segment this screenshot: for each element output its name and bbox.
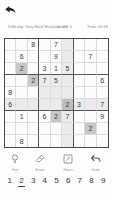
cell-r3c5[interactable]: 1 (51, 63, 62, 75)
cell-r5c7[interactable] (74, 87, 85, 99)
cell-r4c8[interactable] (85, 75, 96, 87)
cell-r4c4[interactable]: 7 (39, 75, 50, 87)
cell-r3c6[interactable]: 5 (62, 63, 73, 75)
cell-r9c4[interactable] (39, 135, 50, 147)
score-label: Score: 0 (57, 24, 72, 29)
cell-r9c5[interactable] (51, 135, 62, 147)
numpad-digit-label: 6 (65, 176, 71, 186)
pencil-square-icon (62, 151, 74, 169)
cell-r9c1[interactable] (5, 135, 16, 147)
cell-r3c1[interactable] (5, 63, 16, 75)
cell-r1c5[interactable]: 7 (51, 39, 62, 51)
cell-r5c5[interactable] (51, 87, 62, 99)
cell-r4c9[interactable]: 6 (97, 75, 108, 87)
cell-r7c4[interactable]: 6 (39, 111, 50, 123)
cell-r6c2[interactable] (16, 99, 27, 111)
cell-r4c1[interactable] (5, 75, 16, 87)
cell-r2c1[interactable] (5, 51, 16, 63)
cell-r6c1[interactable]: 6 (5, 99, 16, 111)
cell-r1c3[interactable]: 8 (28, 39, 39, 51)
cell-r6c5[interactable] (51, 99, 62, 111)
numpad-digit-1[interactable]: 1 (4, 174, 16, 188)
cell-r9c8[interactable] (85, 135, 96, 147)
cell-r7c7[interactable] (74, 111, 85, 123)
cell-r4c5[interactable]: 5 (51, 75, 62, 87)
cell-r9c3[interactable] (28, 135, 39, 147)
cell-r6c9[interactable]: 7 (97, 99, 108, 111)
cell-r3c8[interactable] (85, 63, 96, 75)
cell-r3c9[interactable] (97, 63, 108, 75)
cell-r8c8[interactable]: 2 (85, 123, 96, 135)
cell-r9c9[interactable] (97, 135, 108, 147)
cell-r6c4[interactable] (39, 99, 50, 111)
toolbar: HintEraseNotesUndo (4, 151, 109, 171)
cell-r1c7[interactable] (74, 39, 85, 51)
numpad-digit-label: 1 (7, 176, 13, 186)
time-label: Time: 00:16 (87, 24, 108, 29)
numpad-digit-3[interactable]: 3 (27, 174, 39, 188)
cell-r2c8[interactable]: 7 (85, 51, 96, 63)
cell-r5c1[interactable]: 8 (5, 87, 16, 99)
cell-r2c7[interactable] (74, 51, 85, 63)
cell-r1c9[interactable] (97, 39, 108, 51)
undo-button[interactable]: Undo (87, 151, 104, 175)
cell-r1c1[interactable] (5, 39, 16, 51)
number-pad: 123456789 (4, 174, 109, 188)
back-arrow-icon (4, 2, 17, 19)
back-button[interactable] (4, 2, 17, 14)
cell-r9c6[interactable] (62, 135, 73, 147)
numpad-digit-8[interactable]: 8 (86, 174, 98, 188)
numpad-digit-4[interactable]: 4 (39, 174, 51, 188)
cell-r8c3[interactable] (28, 123, 39, 135)
cell-r2c2[interactable]: 6 (16, 51, 27, 63)
cell-r8c2[interactable] (16, 123, 27, 135)
cell-r7c8[interactable] (85, 111, 96, 123)
cell-r4c2[interactable] (16, 75, 27, 87)
undo-arrow-icon (90, 151, 102, 169)
cell-r7c3[interactable] (28, 111, 39, 123)
cell-r7c5[interactable]: 2 (51, 111, 62, 123)
numpad-digit-label: 8 (88, 176, 94, 186)
cell-r1c2[interactable] (16, 39, 27, 51)
toolbar-button-label: Hint (12, 168, 18, 172)
cell-r5c8[interactable] (85, 87, 96, 99)
sudoku-grid: 8769723152756862371627928 (4, 38, 109, 148)
cell-r3c2[interactable]: 2 (16, 63, 27, 75)
cell-r8c6[interactable] (62, 123, 73, 135)
cell-r7c2[interactable]: 1 (16, 111, 27, 123)
erase-button[interactable]: Erase (31, 151, 49, 175)
hint-button[interactable]: Hint (9, 151, 21, 175)
cell-r3c7[interactable] (74, 63, 85, 75)
cell-r1c8[interactable] (85, 39, 96, 51)
cell-r3c3[interactable] (28, 63, 39, 75)
stats-bar: Difficulty: Very Hard Mistakes: 0/3 Scor… (0, 24, 113, 32)
cell-r5c2[interactable] (16, 87, 27, 99)
cell-r3c4[interactable]: 3 (39, 63, 50, 75)
numpad-digit-label: 2 (18, 176, 24, 187)
numpad-digit-label: 3 (30, 176, 36, 186)
cell-r9c7[interactable] (74, 135, 85, 147)
cell-r8c1[interactable] (5, 123, 16, 135)
numpad-digit-7[interactable]: 7 (74, 174, 86, 188)
cell-r4c6[interactable] (62, 75, 73, 87)
cell-r2c9[interactable] (97, 51, 108, 63)
numpad-digit-label: 9 (100, 176, 106, 186)
cell-r2c3[interactable] (28, 51, 39, 63)
numpad-digit-2[interactable]: 2 (16, 174, 28, 188)
cell-r8c5[interactable] (51, 123, 62, 135)
numpad-digit-6[interactable]: 6 (62, 174, 74, 188)
toolbar-button-label: Undo (92, 168, 100, 172)
toolbar-button-label: Notes (64, 168, 73, 172)
numpad-digit-label: 7 (77, 176, 83, 186)
cell-r9c2[interactable]: 8 (16, 135, 27, 147)
notes-button[interactable]: Notes (59, 151, 77, 175)
cell-r4c3[interactable]: 2 (28, 75, 39, 87)
cell-r1c6[interactable] (62, 39, 73, 51)
numpad-digit-9[interactable]: 9 (97, 174, 109, 188)
cell-r5c3[interactable] (28, 87, 39, 99)
cell-r6c8[interactable] (85, 99, 96, 111)
cell-r7c6[interactable]: 7 (62, 111, 73, 123)
cell-r5c9[interactable] (97, 87, 108, 99)
cell-r6c3[interactable] (28, 99, 39, 111)
lightbulb-icon (9, 151, 21, 169)
cell-r2c6[interactable] (62, 51, 73, 63)
cell-r2c5[interactable]: 9 (51, 51, 62, 63)
numpad-digit-label: 5 (53, 176, 59, 186)
cell-r8c9[interactable] (97, 123, 108, 135)
cell-r6c6[interactable]: 2 (62, 99, 73, 111)
cell-r8c4[interactable] (39, 123, 50, 135)
eraser-icon (34, 151, 46, 169)
cell-r7c9[interactable]: 9 (97, 111, 108, 123)
cell-r7c1[interactable] (5, 111, 16, 123)
cell-r4c7[interactable] (74, 75, 85, 87)
numpad-digit-label: 4 (42, 176, 48, 186)
toolbar-button-label: Erase (36, 168, 45, 172)
cell-r2c4[interactable] (39, 51, 50, 63)
cell-r5c4[interactable] (39, 87, 50, 99)
cell-r5c6[interactable] (62, 87, 73, 99)
numpad-digit-5[interactable]: 5 (51, 174, 63, 188)
cell-r1c4[interactable] (39, 39, 50, 51)
cell-r6c7[interactable]: 3 (74, 99, 85, 111)
cell-r8c7[interactable] (74, 123, 85, 135)
